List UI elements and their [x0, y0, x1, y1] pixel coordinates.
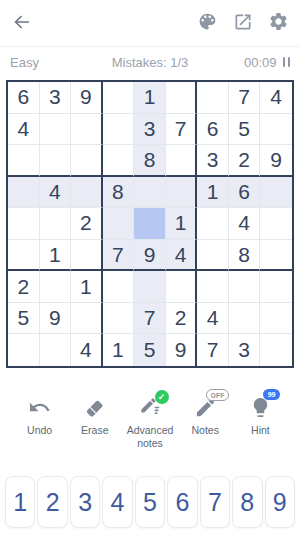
board-cell[interactable] [260, 334, 292, 366]
board-cell[interactable]: 5 [8, 303, 40, 335]
numpad-key-7[interactable]: 7 [200, 476, 230, 528]
advanced-notes-button[interactable]: ✓ Advanced notes [122, 396, 177, 449]
board-cell[interactable] [229, 271, 261, 303]
board-cell[interactable] [103, 114, 135, 146]
board-cell[interactable]: 8 [229, 240, 261, 272]
board-cell[interactable]: 1 [134, 82, 166, 114]
hint-label: Hint [251, 424, 270, 437]
board-cell[interactable] [229, 303, 261, 335]
palette-icon [197, 11, 218, 35]
notes-label: Notes [191, 424, 218, 437]
board-cell[interactable]: 5 [229, 114, 261, 146]
pause-icon [283, 57, 286, 67]
timer: 00:09 [244, 55, 277, 70]
board-cell[interactable] [71, 177, 103, 209]
difficulty-label: Easy [10, 55, 112, 70]
board-cell[interactable]: 4 [166, 240, 198, 272]
board-cell[interactable]: 1 [71, 271, 103, 303]
board-cell[interactable] [71, 240, 103, 272]
back-arrow-icon [11, 11, 33, 36]
board-cell[interactable] [166, 177, 198, 209]
board-cell[interactable]: 4 [40, 177, 72, 209]
board-cell[interactable]: 6 [197, 114, 229, 146]
advanced-notes-label: Advanced notes [122, 424, 177, 449]
board-cell[interactable] [8, 334, 40, 366]
numpad-key-5[interactable]: 5 [135, 476, 165, 528]
theme-palette-button[interactable] [197, 11, 218, 35]
board-cell[interactable] [197, 271, 229, 303]
board-cell[interactable]: 1 [103, 334, 135, 366]
board-cell[interactable] [103, 303, 135, 335]
board-cell[interactable]: 1 [166, 208, 198, 240]
numpad-key-8[interactable]: 8 [232, 476, 262, 528]
board-cell[interactable]: 9 [166, 334, 198, 366]
board-cell[interactable] [166, 82, 198, 114]
top-bar [0, 0, 300, 46]
mistakes-counter: Mistakes: 1/3 [112, 55, 189, 70]
board-cell[interactable] [197, 82, 229, 114]
board-cell[interactable] [260, 177, 292, 209]
board-cell[interactable]: 9 [71, 82, 103, 114]
hint-count-badge: 99 [263, 389, 280, 400]
board-cell[interactable] [260, 114, 292, 146]
board-cell[interactable]: 7 [134, 303, 166, 335]
advanced-notes-enabled-badge: ✓ [155, 390, 169, 404]
board-cell[interactable] [134, 208, 166, 240]
board-cell[interactable] [40, 114, 72, 146]
pause-button[interactable] [283, 57, 291, 67]
board-cell[interactable] [260, 208, 292, 240]
share-button[interactable] [233, 12, 253, 35]
board-cell[interactable]: 4 [260, 82, 292, 114]
board-cell[interactable]: 5 [134, 334, 166, 366]
board-cell[interactable]: 1 [197, 177, 229, 209]
numpad-key-9[interactable]: 9 [265, 476, 295, 528]
board-cell[interactable]: 4 [197, 303, 229, 335]
numpad-key-6[interactable]: 6 [167, 476, 197, 528]
board-cell[interactable]: 3 [229, 334, 261, 366]
settings-button[interactable] [268, 11, 289, 35]
board-cell[interactable] [40, 208, 72, 240]
board-cell[interactable] [260, 303, 292, 335]
numpad-key-4[interactable]: 4 [102, 476, 132, 528]
board-cell[interactable] [197, 240, 229, 272]
notes-button[interactable]: OFF Notes [178, 396, 233, 437]
board-cell[interactable]: 1 [40, 240, 72, 272]
numpad-key-1[interactable]: 1 [5, 476, 35, 528]
board-cell[interactable]: 2 [229, 145, 261, 177]
board-cell[interactable] [197, 208, 229, 240]
board-cell[interactable]: 2 [8, 271, 40, 303]
board-cell[interactable] [103, 145, 135, 177]
board-cell[interactable] [134, 177, 166, 209]
board-cell[interactable]: 9 [134, 240, 166, 272]
board-cell[interactable]: 2 [166, 303, 198, 335]
erase-label: Erase [81, 424, 108, 437]
open-in-new-icon [233, 12, 253, 35]
board-cell[interactable] [103, 82, 135, 114]
board-cell[interactable]: 9 [40, 303, 72, 335]
numpad-key-2[interactable]: 2 [37, 476, 67, 528]
board-cell[interactable]: 7 [103, 240, 135, 272]
board-cell[interactable] [166, 145, 198, 177]
board-cell[interactable] [8, 208, 40, 240]
board-cell[interactable] [71, 303, 103, 335]
board-cell[interactable] [103, 271, 135, 303]
board-cell[interactable] [71, 114, 103, 146]
board-cell[interactable]: 7 [166, 114, 198, 146]
undo-button[interactable]: Undo [12, 396, 67, 437]
board-cell[interactable] [40, 145, 72, 177]
undo-label: Undo [27, 424, 52, 437]
board-cell[interactable]: 8 [134, 145, 166, 177]
board-cell[interactable]: 4 [229, 208, 261, 240]
game-toolbar: Undo Erase ✓ [0, 396, 300, 449]
board-cell[interactable]: 3 [40, 82, 72, 114]
board-cell[interactable]: 4 [8, 114, 40, 146]
undo-icon [28, 396, 51, 419]
numpad-key-3[interactable]: 3 [70, 476, 100, 528]
board-cell[interactable] [8, 240, 40, 272]
board-cell[interactable]: 6 [8, 82, 40, 114]
board-cell[interactable] [40, 271, 72, 303]
eraser-icon [83, 396, 106, 419]
board-cell[interactable]: 7 [229, 82, 261, 114]
board-cell[interactable]: 8 [103, 177, 135, 209]
board-cell[interactable]: 2 [71, 208, 103, 240]
board-cell[interactable] [260, 271, 292, 303]
board-cell[interactable]: 3 [134, 114, 166, 146]
erase-button[interactable]: Erase [67, 396, 122, 437]
hint-button[interactable]: 99 Hint [233, 396, 288, 437]
board-cell[interactable]: 4 [71, 334, 103, 366]
board-cell[interactable] [8, 177, 40, 209]
board-cell[interactable] [103, 208, 135, 240]
board-cell[interactable]: 7 [197, 334, 229, 366]
board-cell[interactable] [260, 240, 292, 272]
board-cell[interactable]: 9 [260, 145, 292, 177]
board-cell[interactable] [8, 145, 40, 177]
sudoku-app: Easy Mistakes: 1/3 00:09 639174437658329… [0, 0, 300, 533]
back-button[interactable] [11, 11, 33, 36]
board-cell[interactable]: 6 [229, 177, 261, 209]
board-cell[interactable] [71, 145, 103, 177]
notes-off-badge: OFF [206, 389, 229, 401]
gear-icon [268, 11, 289, 35]
sudoku-board: 6391744376583294816214179482159724415973 [6, 80, 294, 368]
board-cell[interactable] [134, 271, 166, 303]
status-bar: Easy Mistakes: 1/3 00:09 [0, 46, 300, 77]
board-cell[interactable] [40, 334, 72, 366]
board-cell[interactable]: 3 [197, 145, 229, 177]
board-cell[interactable] [166, 271, 198, 303]
numpad: 123456789 [0, 476, 300, 528]
